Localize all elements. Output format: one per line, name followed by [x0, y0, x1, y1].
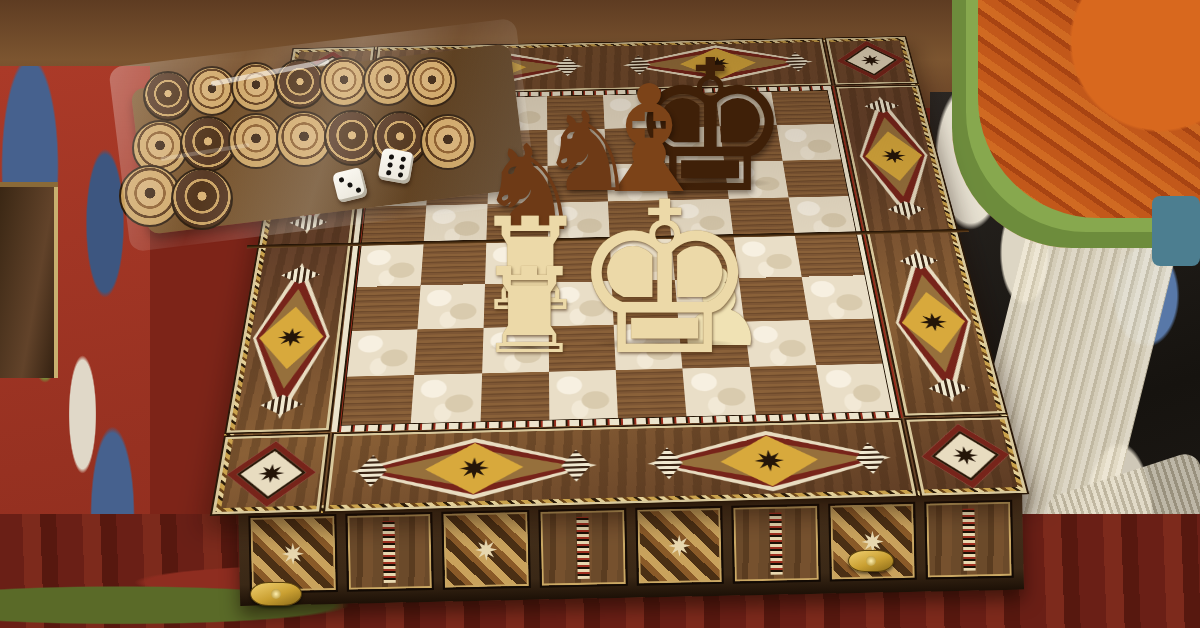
cushion-blue-patch	[1152, 196, 1200, 266]
side-panel-plain	[538, 508, 627, 588]
backgammon-checker[interactable]	[171, 168, 233, 230]
square-h4[interactable]	[795, 235, 865, 277]
square-h2[interactable]	[808, 318, 882, 365]
backgammon-checker[interactable]	[143, 71, 193, 121]
square-h6[interactable]	[782, 159, 848, 197]
photo-scene: ♞♞♝♚♜♜♚♟	[0, 0, 1200, 628]
diamond-medallion	[239, 262, 339, 420]
square-h3[interactable]	[801, 275, 873, 319]
diamond-medallion	[348, 435, 598, 502]
side-panels	[248, 500, 1013, 594]
square-a4[interactable]	[357, 244, 424, 287]
corner-medallion	[210, 433, 330, 516]
square-h1[interactable]	[816, 363, 892, 412]
square-a1[interactable]	[342, 375, 415, 425]
square-h5[interactable]	[788, 196, 856, 236]
square-g1[interactable]	[749, 365, 823, 415]
brass-latch-left[interactable]	[250, 582, 302, 606]
side-panel-mosaic	[442, 510, 531, 590]
second-mosaic-box	[0, 182, 58, 378]
white-rook-c2[interactable]: ♜	[477, 252, 583, 370]
backgammon-checker[interactable]	[407, 57, 457, 107]
white-king-e2[interactable]: ♚	[570, 175, 758, 385]
side-panel-mosaic	[635, 506, 724, 586]
side-panel-plain	[345, 512, 434, 592]
square-a5[interactable]	[362, 205, 427, 246]
border-band-bottom	[323, 418, 919, 512]
square-a2[interactable]	[347, 329, 418, 376]
die-showing-6[interactable]	[377, 147, 414, 184]
square-a3[interactable]	[352, 286, 421, 331]
backgammon-checker[interactable]	[420, 114, 476, 170]
side-panel-plain	[925, 500, 1014, 580]
backgammon-checker[interactable]	[187, 66, 237, 116]
corner-medallion	[904, 416, 1029, 497]
backgammon-checker[interactable]	[275, 59, 325, 109]
side-panel-plain	[731, 504, 820, 584]
brass-latch-right[interactable]	[848, 550, 894, 572]
backgammon-checker[interactable]	[319, 57, 369, 107]
corner-medallion	[824, 36, 919, 85]
square-b1[interactable]	[411, 373, 482, 423]
backgammon-checker[interactable]	[363, 56, 413, 106]
backgammon-checker[interactable]	[231, 62, 281, 112]
diamond-medallion	[646, 428, 897, 495]
